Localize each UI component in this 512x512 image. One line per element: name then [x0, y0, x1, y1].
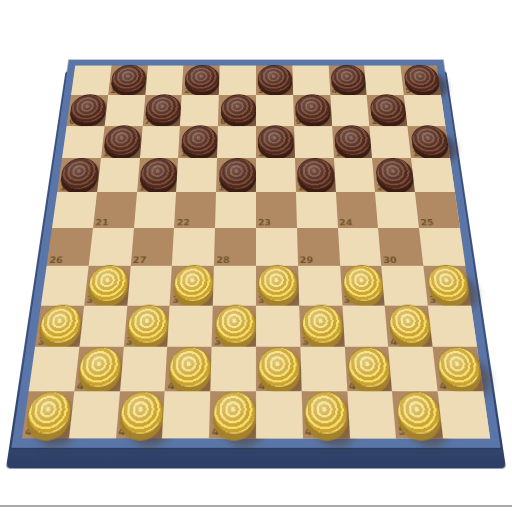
square-26[interactable]: 26: [47, 228, 93, 266]
square-38[interactable]: 38: [212, 305, 256, 347]
square-16[interactable]: 16: [57, 158, 101, 192]
light-square: [382, 266, 428, 306]
light-square: [127, 266, 172, 306]
square-41[interactable]: 41: [74, 347, 123, 391]
light-man[interactable]: [38, 305, 84, 344]
square-40[interactable]: 40: [385, 305, 433, 347]
square-44[interactable]: 44: [344, 347, 392, 391]
square-19[interactable]: 19: [295, 158, 336, 192]
square-35[interactable]: 35: [423, 266, 471, 306]
light-square: [294, 126, 334, 158]
square-4[interactable]: 4: [328, 66, 367, 95]
square-number: 24: [339, 219, 353, 227]
square-3[interactable]: 3: [256, 66, 293, 95]
dark-man[interactable]: [220, 95, 255, 124]
square-28[interactable]: 28: [214, 228, 256, 266]
light-square: [162, 391, 210, 438]
light-square: [215, 192, 256, 228]
light-square: [104, 95, 145, 126]
light-man[interactable]: [87, 265, 130, 302]
light-square: [172, 228, 215, 266]
square-number: 27: [132, 256, 146, 265]
light-square: [69, 391, 120, 438]
light-square: [292, 66, 330, 95]
square-10[interactable]: 10: [367, 95, 408, 126]
light-square: [364, 66, 404, 95]
square-8[interactable]: 8: [218, 95, 256, 126]
square-37[interactable]: 37: [123, 305, 170, 347]
square-2[interactable]: 2: [182, 66, 220, 95]
light-square: [52, 192, 97, 228]
light-square: [29, 347, 80, 391]
light-square: [370, 126, 412, 158]
draughts-board: 1234567891011121314151617181920212223242…: [11, 60, 500, 448]
light-man[interactable]: [173, 265, 214, 302]
square-47[interactable]: 47: [116, 391, 165, 438]
square-12[interactable]: 12: [178, 126, 218, 158]
light-square: [438, 391, 490, 438]
square-21[interactable]: 21: [93, 192, 137, 228]
square-31[interactable]: 31: [84, 266, 130, 306]
light-man[interactable]: [168, 347, 211, 388]
light-square: [347, 391, 396, 438]
light-square: [298, 266, 342, 306]
light-square: [71, 66, 111, 95]
square-34[interactable]: 34: [340, 266, 385, 306]
square-48[interactable]: 48: [209, 391, 256, 438]
light-square: [120, 347, 168, 391]
square-27[interactable]: 27: [130, 228, 174, 266]
square-13[interactable]: 13: [256, 126, 295, 158]
window-bottom-divider: [0, 505, 512, 507]
app-canvas: 1234567891011121314151617181920212223242…: [0, 0, 512, 512]
light-square: [330, 95, 370, 126]
square-7[interactable]: 7: [142, 95, 182, 126]
square-number: 23: [258, 219, 271, 227]
dark-man[interactable]: [110, 65, 147, 92]
square-22[interactable]: 22: [174, 192, 216, 228]
square-42[interactable]: 42: [165, 347, 212, 391]
light-square: [419, 228, 465, 266]
dark-man[interactable]: [258, 125, 294, 155]
light-square: [168, 305, 213, 347]
light-square: [300, 347, 347, 391]
light-square: [180, 95, 219, 126]
light-man[interactable]: [77, 347, 123, 388]
square-number: 25: [420, 219, 434, 227]
light-square: [62, 126, 105, 158]
square-number: 26: [49, 256, 64, 265]
light-man[interactable]: [214, 305, 255, 344]
light-man[interactable]: [304, 391, 349, 435]
light-square: [256, 391, 303, 438]
square-number: 22: [176, 219, 190, 227]
square-29[interactable]: 29: [297, 228, 340, 266]
square-number: 21: [95, 219, 109, 227]
square-39[interactable]: 39: [299, 305, 344, 347]
light-square: [338, 228, 382, 266]
light-square: [389, 347, 438, 391]
square-11[interactable]: 11: [101, 126, 143, 158]
light-square: [428, 305, 477, 347]
dark-man[interactable]: [295, 95, 331, 124]
light-square: [404, 95, 445, 126]
light-man[interactable]: [212, 391, 256, 435]
square-32[interactable]: 32: [170, 266, 214, 306]
dark-man[interactable]: [60, 158, 101, 190]
square-number: 30: [383, 256, 397, 265]
light-square: [342, 305, 389, 347]
light-square: [296, 192, 338, 228]
light-square: [41, 266, 89, 306]
light-square: [176, 158, 217, 192]
square-25[interactable]: 25: [415, 192, 460, 228]
dark-man[interactable]: [184, 65, 219, 92]
light-square: [219, 66, 256, 95]
dark-man[interactable]: [181, 125, 218, 155]
square-36[interactable]: 36: [35, 305, 84, 347]
light-square: [140, 126, 181, 158]
square-33[interactable]: 33: [256, 266, 299, 306]
square-1[interactable]: 1: [108, 66, 148, 95]
square-50[interactable]: 50: [392, 391, 443, 438]
light-man[interactable]: [25, 391, 73, 435]
square-45[interactable]: 45: [433, 347, 484, 391]
light-square: [217, 126, 256, 158]
light-man[interactable]: [258, 265, 298, 302]
square-24[interactable]: 24: [336, 192, 379, 228]
dark-man[interactable]: [297, 158, 335, 190]
light-man[interactable]: [302, 305, 344, 344]
square-49[interactable]: 49: [301, 391, 349, 438]
board-scene: 1234567891011121314151617181920212223242…: [44, 16, 468, 440]
square-number: 29: [300, 256, 314, 265]
square-5[interactable]: 5: [401, 66, 441, 95]
square-43[interactable]: 43: [256, 347, 301, 391]
dark-man[interactable]: [219, 158, 256, 190]
square-6[interactable]: 6: [67, 95, 108, 126]
square-20[interactable]: 20: [372, 158, 415, 192]
square-46[interactable]: 46: [22, 391, 74, 438]
board-perspective-wrapper: 1234567891011121314151617181920212223242…: [11, 60, 500, 448]
square-18[interactable]: 18: [216, 158, 256, 192]
light-man[interactable]: [259, 347, 301, 388]
light-square: [97, 158, 140, 192]
light-square: [211, 347, 256, 391]
square-number: 28: [216, 256, 230, 265]
square-9[interactable]: 9: [293, 95, 332, 126]
light-square: [79, 305, 127, 347]
dark-man[interactable]: [145, 95, 182, 124]
light-square: [256, 158, 296, 192]
square-30[interactable]: 30: [378, 228, 423, 266]
dark-man[interactable]: [139, 158, 178, 190]
light-man[interactable]: [126, 305, 169, 344]
square-23[interactable]: 23: [256, 192, 297, 228]
square-17[interactable]: 17: [137, 158, 179, 192]
square-15[interactable]: 15: [408, 126, 451, 158]
light-square: [145, 66, 184, 95]
light-man[interactable]: [119, 391, 165, 435]
light-square: [213, 266, 256, 306]
light-square: [134, 192, 177, 228]
light-square: [88, 228, 133, 266]
dark-man[interactable]: [103, 125, 142, 155]
light-square: [256, 95, 294, 126]
square-14[interactable]: 14: [332, 126, 373, 158]
dark-man[interactable]: [69, 95, 107, 124]
light-square: [256, 305, 300, 347]
light-square: [411, 158, 455, 192]
light-square: [256, 228, 298, 266]
light-square: [334, 158, 376, 192]
light-square: [375, 192, 419, 228]
dark-man[interactable]: [258, 65, 292, 92]
